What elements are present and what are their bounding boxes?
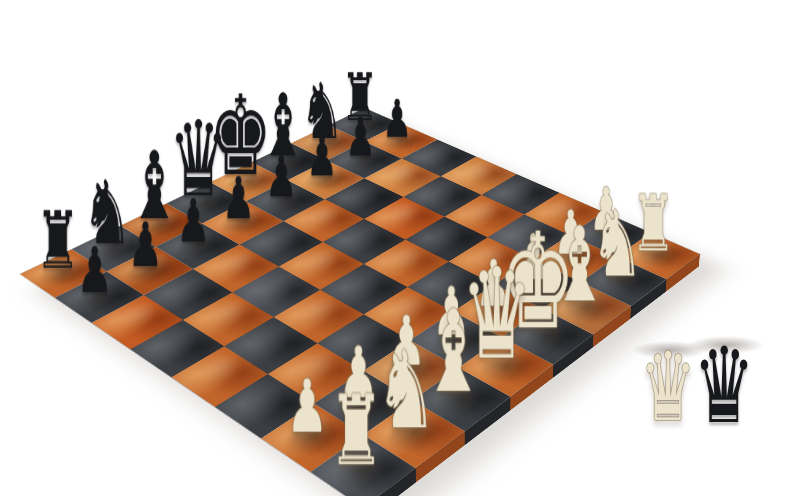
extra-white-queen[interactable]: ♛ bbox=[640, 340, 696, 435]
perspective-camera: ♜♞♝♛♚♝♞♜♟♟♟♟♟♟♟♟♟♟♟♟♟♟♟♟♜♞♝♛♚♝♞♜ ♛ ♛ bbox=[0, 0, 800, 496]
black-pawn[interactable]: ♟ bbox=[265, 149, 297, 206]
white-rook[interactable]: ♜ bbox=[329, 383, 384, 480]
black-pawn[interactable]: ♟ bbox=[306, 129, 338, 184]
black-pawn[interactable]: ♟ bbox=[176, 191, 210, 251]
chess-board: ♜♞♝♛♚♝♞♜♟♟♟♟♟♟♟♟♟♟♟♟♟♟♟♟♜♞♝♛♚♝♞♜ bbox=[20, 108, 700, 496]
black-pawn[interactable]: ♟ bbox=[345, 111, 376, 165]
black-pawn[interactable]: ♟ bbox=[382, 93, 412, 145]
board-tilt: ♜♞♝♛♚♝♞♜♟♟♟♟♟♟♟♟♟♟♟♟♟♟♟♟♜♞♝♛♚♝♞♜ bbox=[20, 108, 700, 496]
black-pawn[interactable]: ♟ bbox=[128, 214, 163, 275]
product-photo-scene: ♜♞♝♛♚♝♞♜♟♟♟♟♟♟♟♟♟♟♟♟♟♟♟♟♜♞♝♛♚♝♞♜ ♛ ♛ bbox=[0, 0, 800, 496]
white-pawn[interactable]: ♟ bbox=[286, 370, 328, 443]
extra-black-queen[interactable]: ♛ bbox=[693, 333, 755, 438]
black-pawn[interactable]: ♟ bbox=[222, 169, 255, 227]
square-d5[interactable] bbox=[279, 242, 364, 290]
white-knight[interactable]: ♞ bbox=[376, 335, 438, 443]
black-rook[interactable]: ♜ bbox=[35, 201, 80, 280]
black-pawn[interactable]: ♟ bbox=[77, 239, 113, 302]
